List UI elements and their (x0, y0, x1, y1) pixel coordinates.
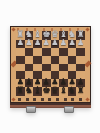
square-g4 (25, 56, 34, 64)
chess-box: ♜♞♝♚♛♝♞♜♟♟♟♟♟♟♟♟♟♟♟♟♟♟♟♟♜♞♝♚♛♝♞♜ (10, 26, 91, 108)
square-a5 (76, 64, 85, 72)
hinge-left (26, 106, 36, 113)
square-e8: ♚ (42, 87, 51, 96)
black-rook: ♜ (16, 86, 24, 95)
square-d3 (51, 48, 60, 56)
square-f3 (33, 48, 42, 56)
white-pawn: ♟ (34, 39, 41, 47)
square-b3 (68, 48, 77, 56)
box-side (10, 103, 91, 108)
frame-inlay-corner-bottom-right (85, 97, 89, 101)
square-e4 (42, 56, 51, 64)
square-b8: ♞ (68, 87, 77, 96)
black-rook: ♜ (77, 86, 85, 95)
square-f5 (33, 64, 42, 72)
square-h8: ♜ (16, 87, 25, 96)
photo-background: Overhead photo of a folding wooden chess… (0, 0, 100, 133)
black-queen: ♛ (51, 86, 59, 95)
square-b5 (68, 64, 77, 72)
chess-board: ♜♞♝♚♛♝♞♜♟♟♟♟♟♟♟♟♟♟♟♟♟♟♟♟♜♞♝♚♛♝♞♜ (16, 31, 85, 96)
square-d5 (51, 64, 60, 72)
square-h5 (16, 64, 25, 72)
black-knight: ♞ (25, 86, 33, 95)
white-pawn: ♟ (60, 39, 67, 47)
square-g2: ♟ (25, 40, 34, 48)
black-bishop: ♝ (59, 86, 67, 95)
square-e3 (42, 48, 51, 56)
frame-inlay-corner-top-right (85, 27, 89, 31)
square-c5 (59, 64, 68, 72)
frame-inlay-bottom (17, 98, 84, 101)
square-e5 (42, 64, 51, 72)
white-pawn: ♟ (51, 39, 58, 47)
square-b4 (68, 56, 77, 64)
square-c8: ♝ (59, 87, 68, 96)
frame-inlay-right (84, 60, 91, 67)
square-a2: ♟ (76, 40, 85, 48)
square-f4 (33, 56, 42, 64)
square-g8: ♞ (25, 87, 34, 96)
square-d8: ♛ (51, 87, 60, 96)
square-h3 (16, 48, 25, 56)
square-h4 (16, 56, 25, 64)
white-pawn: ♟ (77, 39, 84, 47)
square-h2: ♟ (16, 40, 25, 48)
square-a4 (76, 56, 85, 64)
black-king: ♚ (42, 86, 50, 95)
square-d4 (51, 56, 60, 64)
white-pawn: ♟ (17, 39, 24, 47)
square-a3 (76, 48, 85, 56)
square-g5 (25, 64, 34, 72)
square-g3 (25, 48, 34, 56)
square-f2: ♟ (33, 40, 42, 48)
white-pawn: ♟ (43, 39, 50, 47)
square-c3 (59, 48, 68, 56)
square-f8: ♝ (33, 87, 42, 96)
white-pawn: ♟ (68, 39, 75, 47)
hinge-right (64, 106, 74, 113)
square-d2: ♟ (51, 40, 60, 48)
frame-inlay-corner-top-left (11, 27, 15, 31)
black-knight: ♞ (68, 86, 76, 95)
board-frame: ♜♞♝♚♛♝♞♜♟♟♟♟♟♟♟♟♟♟♟♟♟♟♟♟♜♞♝♚♛♝♞♜ (10, 26, 91, 103)
square-b2: ♟ (68, 40, 77, 48)
square-c4 (59, 56, 68, 64)
black-bishop: ♝ (34, 86, 42, 95)
frame-inlay-corner-bottom-left (11, 97, 15, 101)
square-a8: ♜ (76, 87, 85, 96)
square-c2: ♟ (59, 40, 68, 48)
square-e2: ♟ (42, 40, 51, 48)
white-pawn: ♟ (25, 39, 32, 47)
